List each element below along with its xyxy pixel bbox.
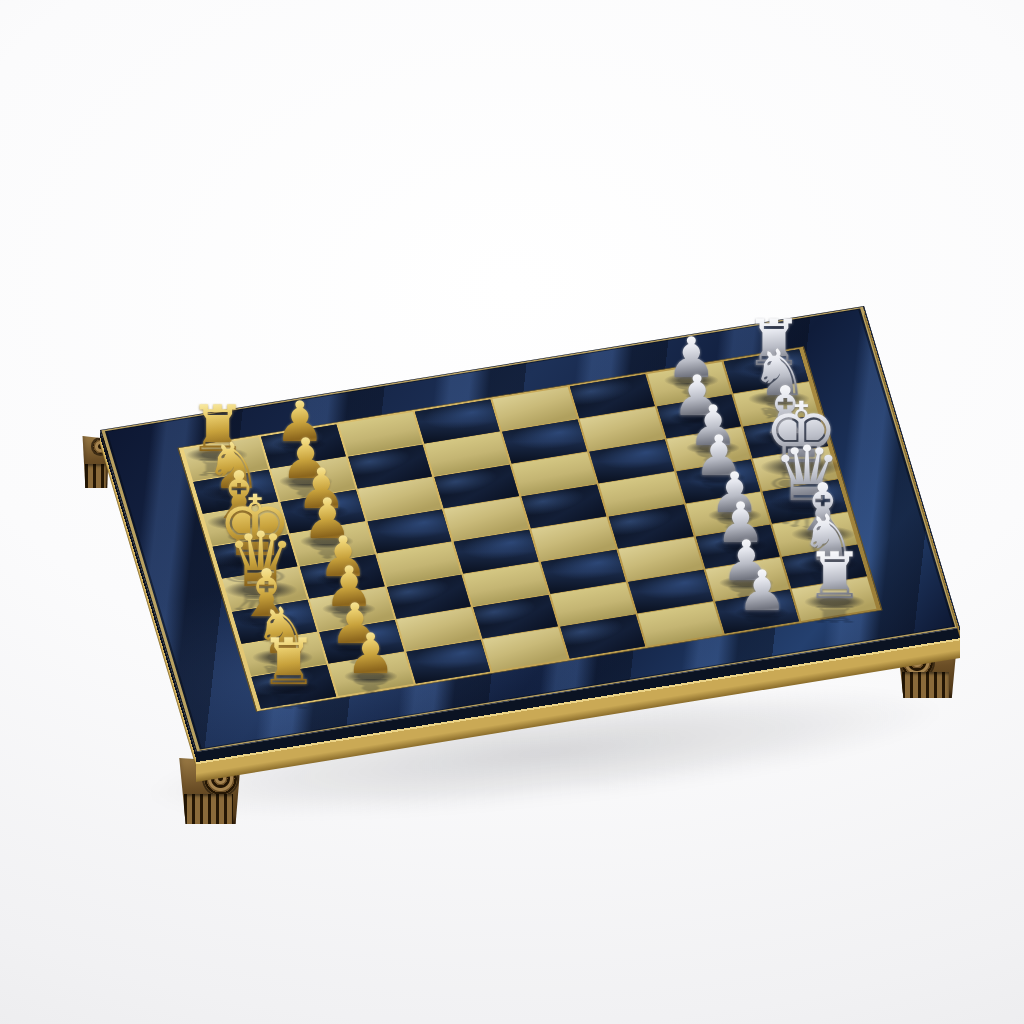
piece-white-pawn-a2[interactable]: ♟ xyxy=(346,626,396,682)
piece-white-rook-a1[interactable]: ♜ xyxy=(260,630,317,694)
piece-black-rook-a8[interactable]: ♜ xyxy=(806,544,863,608)
piece-black-pawn-a7[interactable]: ♟ xyxy=(737,562,787,618)
pieces-layer: ♜♜♞♞♝♝♛♛♚♚♝♝♞♞♜♜♟♟♟♟♟♟♟♟♟♟♟♟♟♟♟♟♟♟♟♟♟♟♟♟… xyxy=(0,0,1024,1024)
product-photo-stage: ♜♜♞♞♝♝♛♛♚♚♝♝♞♞♜♜♟♟♟♟♟♟♟♟♟♟♟♟♟♟♟♟♟♟♟♟♟♟♟♟… xyxy=(0,0,1024,1024)
